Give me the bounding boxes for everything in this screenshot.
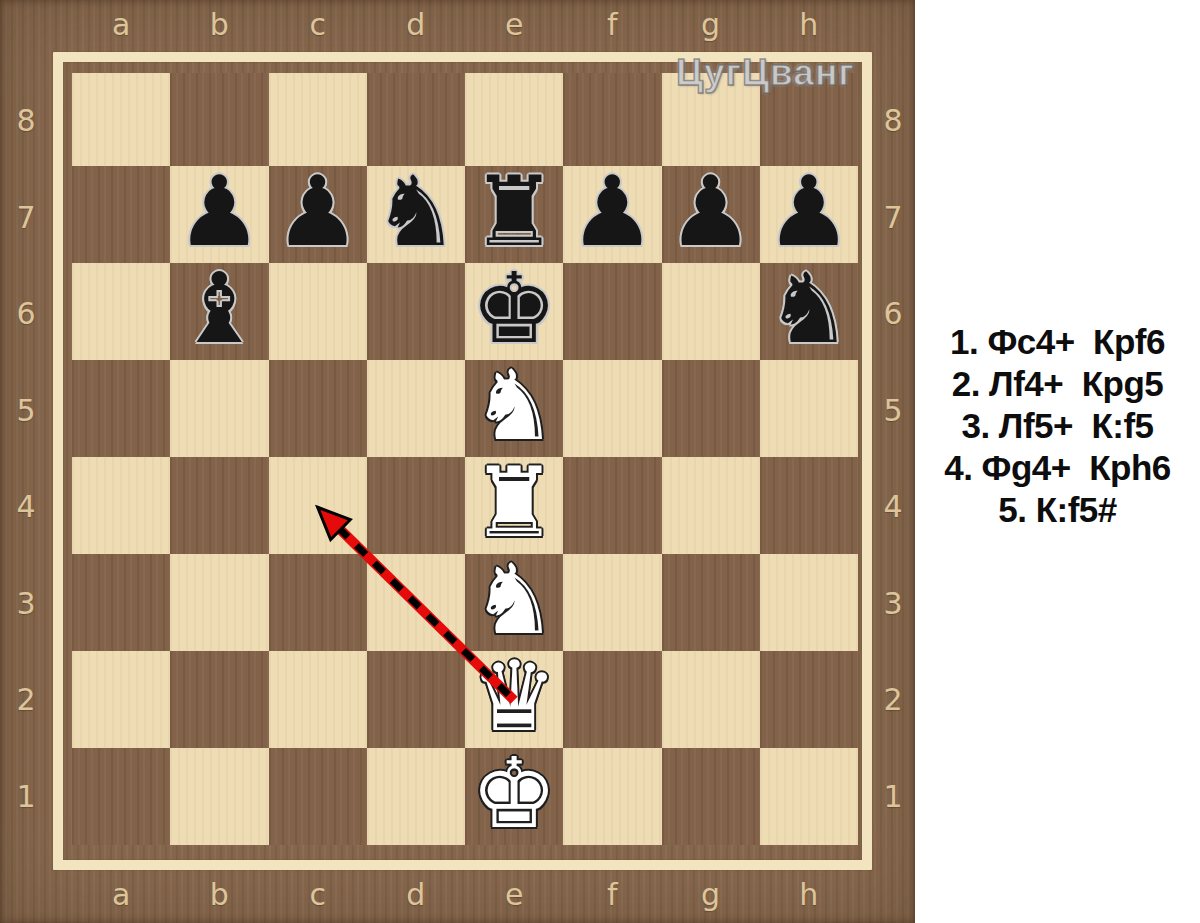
move-list: 1. Фc4+ Крf62. Лf4+ Крg53. Лf5+ К:f54. Ф… bbox=[915, 321, 1200, 531]
black-king-e6: ♚ bbox=[471, 260, 558, 357]
black-bishop-b6: ♝ bbox=[176, 260, 263, 357]
rank-label-right-7: 7 bbox=[883, 203, 902, 233]
square-a1 bbox=[72, 748, 170, 845]
file-label-bottom-d: d bbox=[406, 880, 425, 910]
file-label-bottom-f: f bbox=[607, 880, 618, 910]
move-line-3: 3. Лf5+ К:f5 bbox=[915, 405, 1200, 447]
black-pawn-c7: ♟ bbox=[274, 163, 361, 260]
file-label-top-c: c bbox=[309, 10, 326, 40]
square-d8 bbox=[367, 73, 465, 166]
square-g5 bbox=[662, 360, 760, 457]
square-h2 bbox=[760, 651, 858, 748]
square-g2 bbox=[662, 651, 760, 748]
file-label-top-a: a bbox=[112, 10, 130, 40]
square-d3 bbox=[367, 554, 465, 651]
rank-label-right-5: 5 bbox=[883, 396, 902, 426]
square-c5 bbox=[269, 360, 367, 457]
file-label-top-b: b bbox=[210, 10, 229, 40]
square-e6: ♚ bbox=[465, 263, 563, 360]
square-g4 bbox=[662, 457, 760, 554]
solution-panel: 1. Фc4+ Крf62. Лf4+ Крg53. Лf5+ К:f54. Ф… bbox=[915, 0, 1200, 923]
screenshot: ♟♟♞♜♟♟♟♝♚♞♞♜♞♛♚ aabbccddeeffgghh88776655… bbox=[0, 0, 1200, 923]
square-a4 bbox=[72, 457, 170, 554]
rank-label-left-1: 1 bbox=[16, 782, 35, 812]
square-a5 bbox=[72, 360, 170, 457]
black-pawn-b7: ♟ bbox=[176, 163, 263, 260]
file-label-bottom-g: g bbox=[701, 880, 720, 910]
file-label-top-f: f bbox=[607, 10, 618, 40]
square-h7: ♟ bbox=[760, 166, 858, 263]
square-b3 bbox=[170, 554, 268, 651]
white-queen-e2: ♛ bbox=[471, 648, 558, 745]
black-knight-d7: ♞ bbox=[372, 163, 459, 260]
square-f8 bbox=[563, 73, 661, 166]
black-pawn-h7: ♟ bbox=[765, 163, 852, 260]
black-knight-h6: ♞ bbox=[765, 260, 852, 357]
file-label-top-d: d bbox=[406, 10, 425, 40]
square-b1 bbox=[170, 748, 268, 845]
square-d4 bbox=[367, 457, 465, 554]
rank-label-left-3: 3 bbox=[16, 589, 35, 619]
white-knight-e5: ♞ bbox=[471, 357, 558, 454]
file-label-bottom-e: e bbox=[505, 880, 523, 910]
square-h4 bbox=[760, 457, 858, 554]
file-label-bottom-b: b bbox=[210, 880, 229, 910]
square-d6 bbox=[367, 263, 465, 360]
square-b8 bbox=[170, 73, 268, 166]
square-g7: ♟ bbox=[662, 166, 760, 263]
square-h1 bbox=[760, 748, 858, 845]
square-f4 bbox=[563, 457, 661, 554]
rank-label-right-6: 6 bbox=[883, 299, 902, 329]
white-rook-e4: ♜ bbox=[471, 454, 558, 551]
file-label-bottom-c: c bbox=[309, 880, 326, 910]
rank-label-right-4: 4 bbox=[883, 492, 902, 522]
square-c8 bbox=[269, 73, 367, 166]
move-line-4: 4. Фg4+ Крh6 bbox=[915, 447, 1200, 489]
white-knight-e3: ♞ bbox=[471, 551, 558, 648]
white-king-e1: ♚ bbox=[471, 745, 558, 842]
square-d7: ♞ bbox=[367, 166, 465, 263]
square-b2 bbox=[170, 651, 268, 748]
board-squares: ♟♟♞♜♟♟♟♝♚♞♞♜♞♛♚ bbox=[72, 73, 858, 845]
square-h5 bbox=[760, 360, 858, 457]
square-g3 bbox=[662, 554, 760, 651]
square-f5 bbox=[563, 360, 661, 457]
square-f3 bbox=[563, 554, 661, 651]
square-e5: ♞ bbox=[465, 360, 563, 457]
square-d2 bbox=[367, 651, 465, 748]
square-d1 bbox=[367, 748, 465, 845]
rank-label-left-8: 8 bbox=[16, 106, 35, 136]
file-label-bottom-h: h bbox=[799, 880, 818, 910]
square-c4 bbox=[269, 457, 367, 554]
rank-label-left-5: 5 bbox=[16, 396, 35, 426]
file-label-top-h: h bbox=[799, 10, 818, 40]
square-h3 bbox=[760, 554, 858, 651]
square-e7: ♜ bbox=[465, 166, 563, 263]
square-e1: ♚ bbox=[465, 748, 563, 845]
move-line-1: 1. Фc4+ Крf6 bbox=[915, 321, 1200, 363]
square-g1 bbox=[662, 748, 760, 845]
rank-label-left-6: 6 bbox=[16, 299, 35, 329]
chess-board: ♟♟♞♜♟♟♟♝♚♞♞♜♞♛♚ aabbccddeeffgghh88776655… bbox=[0, 0, 915, 923]
square-e3: ♞ bbox=[465, 554, 563, 651]
rank-label-left-4: 4 bbox=[16, 492, 35, 522]
file-label-top-g: g bbox=[701, 10, 720, 40]
square-h6: ♞ bbox=[760, 263, 858, 360]
square-f6 bbox=[563, 263, 661, 360]
move-line-2: 2. Лf4+ Крg5 bbox=[915, 363, 1200, 405]
square-c1 bbox=[269, 748, 367, 845]
square-f2 bbox=[563, 651, 661, 748]
square-e4: ♜ bbox=[465, 457, 563, 554]
rank-label-right-8: 8 bbox=[883, 106, 902, 136]
square-a8 bbox=[72, 73, 170, 166]
rank-label-right-3: 3 bbox=[883, 589, 902, 619]
rank-label-left-2: 2 bbox=[16, 685, 35, 715]
square-a6 bbox=[72, 263, 170, 360]
square-b6: ♝ bbox=[170, 263, 268, 360]
square-a3 bbox=[72, 554, 170, 651]
file-label-top-e: e bbox=[505, 10, 523, 40]
square-a7 bbox=[72, 166, 170, 263]
rank-label-right-2: 2 bbox=[883, 685, 902, 715]
rank-label-right-1: 1 bbox=[883, 782, 902, 812]
black-pawn-f7: ♟ bbox=[569, 163, 656, 260]
square-g6 bbox=[662, 263, 760, 360]
black-pawn-g7: ♟ bbox=[667, 163, 754, 260]
square-d5 bbox=[367, 360, 465, 457]
rank-label-left-7: 7 bbox=[16, 203, 35, 233]
square-c2 bbox=[269, 651, 367, 748]
square-c6 bbox=[269, 263, 367, 360]
square-e8 bbox=[465, 73, 563, 166]
square-c3 bbox=[269, 554, 367, 651]
square-b7: ♟ bbox=[170, 166, 268, 263]
file-label-bottom-a: a bbox=[112, 880, 130, 910]
square-b5 bbox=[170, 360, 268, 457]
square-c7: ♟ bbox=[269, 166, 367, 263]
black-rook-e7: ♜ bbox=[471, 163, 558, 260]
square-a2 bbox=[72, 651, 170, 748]
square-b4 bbox=[170, 457, 268, 554]
move-line-5: 5. К:f5# bbox=[915, 489, 1200, 531]
square-f1 bbox=[563, 748, 661, 845]
square-e2: ♛ bbox=[465, 651, 563, 748]
square-f7: ♟ bbox=[563, 166, 661, 263]
watermark: ЦугЦванг bbox=[676, 52, 855, 94]
